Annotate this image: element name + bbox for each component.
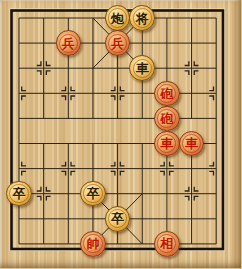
red-chariot-glyph: 車	[160, 137, 173, 150]
piece-grid: 炮将兵兵車砲砲車車卒卒卒帥相	[7, 6, 229, 257]
black-chariot-glyph: 車	[136, 62, 149, 75]
piece-red-cannon[interactable]: 砲	[154, 81, 180, 107]
piece-black-soldier[interactable]: 卒	[6, 181, 32, 207]
piece-red-cannon[interactable]: 砲	[154, 106, 180, 132]
piece-black-general[interactable]: 将	[129, 5, 155, 31]
piece-black-soldier[interactable]: 卒	[80, 181, 106, 207]
piece-red-elephant[interactable]: 相	[154, 231, 180, 257]
black-general-glyph: 将	[136, 12, 149, 25]
piece-red-chariot[interactable]: 車	[154, 131, 180, 157]
black-cannon-glyph: 炮	[111, 12, 124, 25]
piece-black-soldier[interactable]: 卒	[105, 206, 131, 232]
black-soldier-glyph: 卒	[13, 187, 26, 200]
red-cannon-glyph: 砲	[160, 112, 173, 125]
piece-black-cannon[interactable]: 炮	[105, 5, 131, 31]
piece-red-chariot[interactable]: 車	[179, 131, 205, 157]
piece-red-soldier[interactable]: 兵	[56, 30, 82, 56]
piece-red-general[interactable]: 帥	[80, 231, 106, 257]
piece-red-soldier[interactable]: 兵	[105, 30, 131, 56]
red-chariot-glyph: 車	[185, 137, 198, 150]
black-soldier-glyph: 卒	[86, 187, 99, 200]
red-soldier-glyph: 兵	[62, 37, 75, 50]
xiangqi-board: 炮将兵兵車砲砲車車卒卒卒帥相	[0, 0, 242, 269]
red-general-glyph: 帥	[86, 237, 99, 250]
red-elephant-glyph: 相	[160, 237, 173, 250]
red-soldier-glyph: 兵	[111, 37, 124, 50]
black-soldier-glyph: 卒	[111, 212, 124, 225]
red-cannon-glyph: 砲	[160, 87, 173, 100]
piece-black-chariot[interactable]: 車	[129, 55, 155, 81]
